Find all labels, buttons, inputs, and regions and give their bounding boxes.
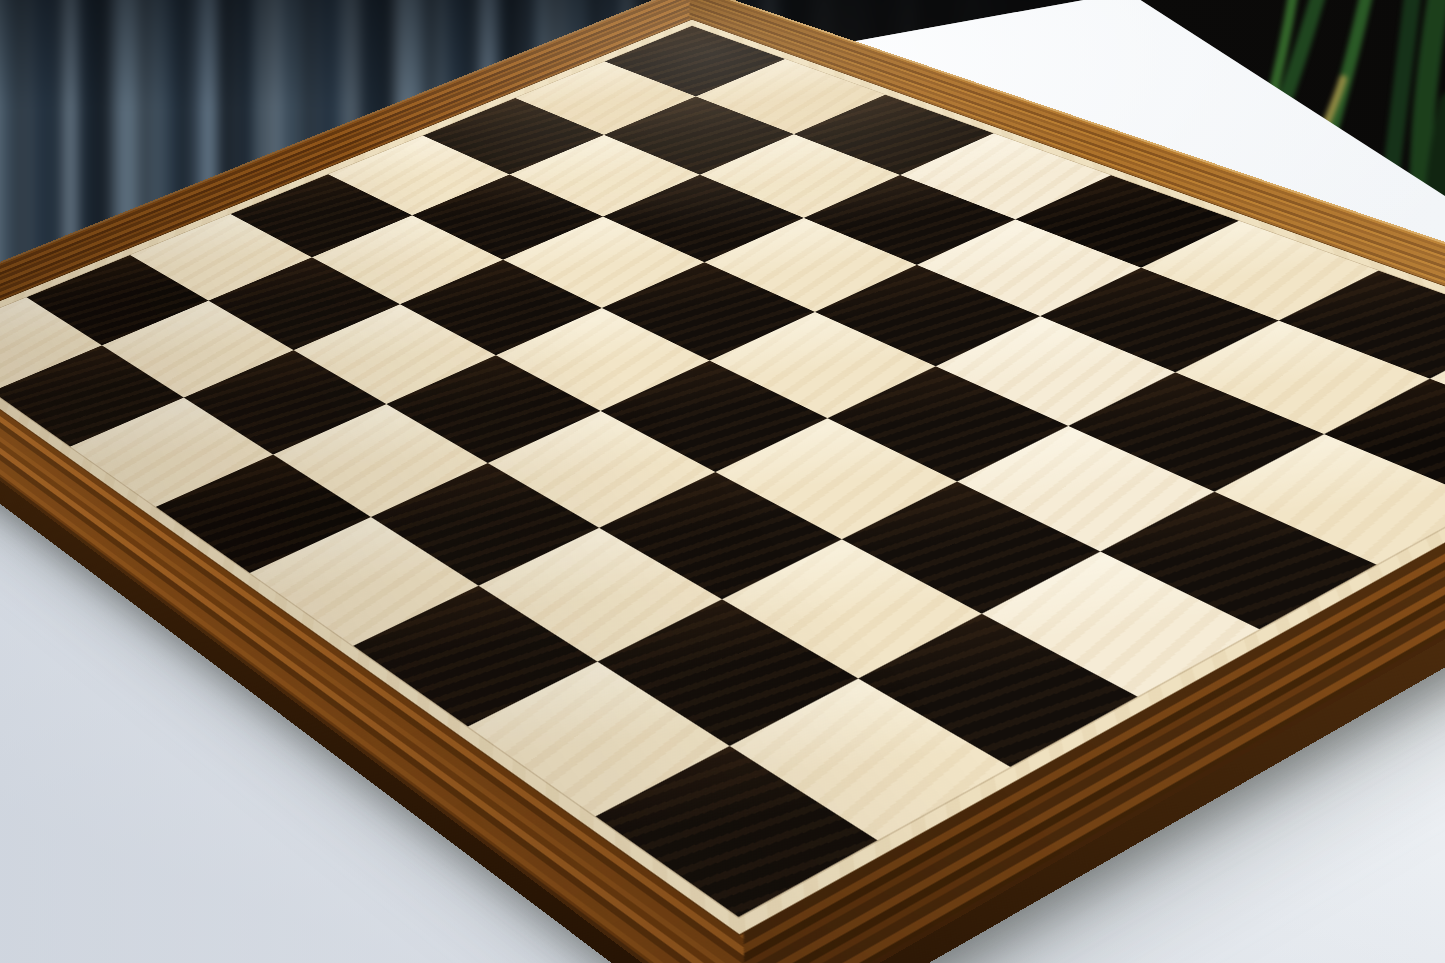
scene [0, 0, 1445, 963]
